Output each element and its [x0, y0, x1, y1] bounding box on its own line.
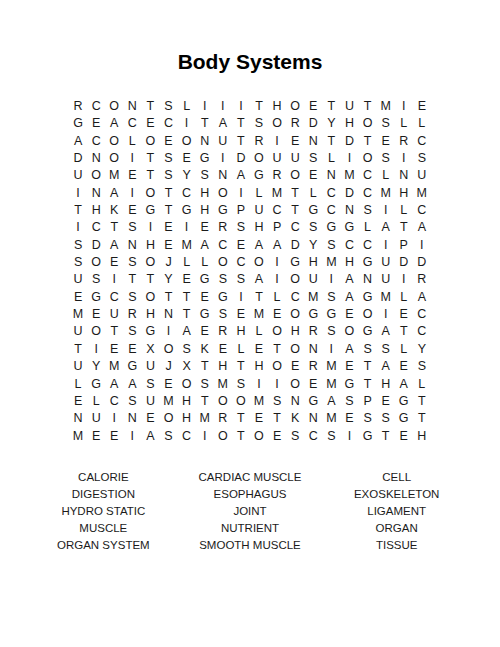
grid-cell: A — [214, 115, 232, 132]
grid-cell: S — [232, 376, 250, 393]
grid-cell: T — [105, 219, 123, 236]
grid-cell: A — [413, 289, 431, 306]
grid-cell: S — [123, 323, 141, 340]
grid-cell: C — [359, 237, 377, 254]
grid-cell: M — [178, 237, 196, 254]
grid-cell: S — [286, 428, 304, 445]
grid-cell: H — [286, 323, 304, 340]
grid-cell: P — [359, 393, 377, 410]
grid-cell: K — [196, 341, 214, 358]
grid-cell: I — [105, 410, 123, 427]
grid-cell: S — [359, 202, 377, 219]
grid-cell: O — [178, 376, 196, 393]
grid-cell: G — [304, 306, 322, 323]
grid-cell: O — [268, 115, 286, 132]
grid-cell: O — [250, 150, 268, 167]
grid-cell: E — [304, 167, 322, 184]
grid-cell: U — [413, 167, 431, 184]
grid-cell: M — [69, 428, 87, 445]
word-list-column: CARDIAC MUSCLEESOPHAGUSJOINTNUTRIENTSMOO… — [177, 469, 324, 554]
grid-cell: C — [87, 133, 105, 150]
grid-cell: O — [87, 323, 105, 340]
grid-cell: T — [322, 133, 340, 150]
grid-cell: Y — [87, 358, 105, 375]
grid-cell: A — [105, 237, 123, 254]
grid-cell: A — [340, 271, 358, 288]
grid-cell: I — [196, 428, 214, 445]
grid-cell: E — [141, 115, 159, 132]
grid-cell: I — [123, 428, 141, 445]
grid-cell: N — [123, 237, 141, 254]
grid-cell: A — [196, 237, 214, 254]
grid-cell: A — [232, 167, 250, 184]
grid-cell: C — [286, 219, 304, 236]
grid-cell: L — [395, 115, 413, 132]
word-list-item: JOINT — [177, 503, 324, 520]
grid-cell: R — [250, 133, 268, 150]
grid-cell: G — [359, 289, 377, 306]
grid-cell: A — [69, 133, 87, 150]
grid-cell: I — [377, 306, 395, 323]
grid-cell: R — [214, 219, 232, 236]
grid-cell: M — [377, 289, 395, 306]
grid-cell: A — [377, 358, 395, 375]
grid-cell: G — [304, 393, 322, 410]
grid-cell: O — [286, 271, 304, 288]
grid-cell: E — [340, 306, 358, 323]
grid-cell: E — [178, 150, 196, 167]
grid-cell: E — [377, 393, 395, 410]
grid-cell: U — [377, 254, 395, 271]
grid-cell: E — [286, 133, 304, 150]
grid-cell: S — [377, 341, 395, 358]
grid-cell: L — [395, 202, 413, 219]
grid-cell: N — [87, 150, 105, 167]
grid-cell: I — [69, 185, 87, 202]
word-list-item: ORGAN — [323, 520, 470, 537]
grid-cell: S — [413, 358, 431, 375]
grid-cell: G — [395, 410, 413, 427]
grid-cell: E — [304, 98, 322, 115]
grid-cell: S — [159, 167, 177, 184]
grid-cell: L — [250, 323, 268, 340]
grid-cell: O — [141, 289, 159, 306]
grid-cell: C — [268, 202, 286, 219]
grid-cell: M — [105, 358, 123, 375]
grid-cell: E — [196, 219, 214, 236]
grid-cell: N — [123, 98, 141, 115]
grid-cell: M — [377, 185, 395, 202]
grid-cell: A — [250, 237, 268, 254]
word-list-item: CARDIAC MUSCLE — [177, 469, 324, 486]
grid-cell: G — [123, 358, 141, 375]
grid-cell: U — [141, 393, 159, 410]
word-list-item: NUTRIENT — [177, 520, 324, 537]
grid-cell: R — [268, 167, 286, 184]
grid-cell: M — [250, 393, 268, 410]
grid-cell: S — [250, 115, 268, 132]
grid-cell: I — [268, 254, 286, 271]
grid-cell: E — [87, 115, 105, 132]
grid-cell: E — [250, 341, 268, 358]
grid-cell: U — [87, 410, 105, 427]
puzzle-page: Body Systems RCONTSLIIITHOETUTMIEGEACECI… — [0, 0, 500, 647]
grid-cell: G — [141, 202, 159, 219]
grid-cell: D — [395, 254, 413, 271]
grid-cell: I — [377, 202, 395, 219]
grid-cell: T — [250, 289, 268, 306]
grid-cell: D — [413, 254, 431, 271]
grid-cell: T — [159, 185, 177, 202]
grid-cell: E — [304, 376, 322, 393]
grid-cell: T — [141, 150, 159, 167]
grid-cell: K — [105, 202, 123, 219]
grid-cell: C — [232, 254, 250, 271]
grid-cell: M — [322, 410, 340, 427]
grid-cell: G — [340, 219, 358, 236]
grid-cell: T — [232, 358, 250, 375]
grid-cell: N — [196, 133, 214, 150]
grid-cell: S — [268, 393, 286, 410]
grid-cell: O — [141, 185, 159, 202]
grid-cell: D — [69, 150, 87, 167]
grid-cell: S — [69, 254, 87, 271]
grid-cell: H — [87, 202, 105, 219]
grid-cell: O — [232, 393, 250, 410]
grid-cell: L — [413, 376, 431, 393]
grid-cell: O — [141, 254, 159, 271]
grid-cell: A — [123, 376, 141, 393]
grid-cell: T — [196, 358, 214, 375]
grid-cell: C — [87, 98, 105, 115]
grid-cell: O — [286, 341, 304, 358]
grid-cell: T — [359, 98, 377, 115]
grid-cell: R — [286, 115, 304, 132]
grid-cell: E — [141, 410, 159, 427]
grid-cell: E — [123, 167, 141, 184]
grid-cell: R — [395, 133, 413, 150]
grid-cell: T — [141, 98, 159, 115]
grid-cell: M — [69, 306, 87, 323]
grid-cell: I — [268, 133, 286, 150]
grid-cell: S — [178, 341, 196, 358]
grid-cell: T — [359, 133, 377, 150]
grid-cell: G — [87, 376, 105, 393]
grid-cell: I — [232, 185, 250, 202]
grid-cell: C — [322, 185, 340, 202]
word-list: CALORIEDIGESTIONHYDRO STATICMUSCLEORGAN … — [30, 469, 470, 554]
grid-cell: I — [268, 271, 286, 288]
grid-cell: Y — [304, 237, 322, 254]
grid-cell: R — [214, 410, 232, 427]
grid-cell: N — [304, 410, 322, 427]
grid-cell: H — [214, 358, 232, 375]
grid-cell: A — [268, 237, 286, 254]
grid-cell: L — [413, 115, 431, 132]
grid-cell: M — [159, 393, 177, 410]
grid-cell: E — [395, 306, 413, 323]
grid-cell: O — [141, 133, 159, 150]
grid-cell: O — [340, 323, 358, 340]
grid-cell: G — [178, 202, 196, 219]
grid-cell: G — [395, 393, 413, 410]
word-list-item: ORGAN SYSTEM — [30, 537, 177, 554]
grid-cell: O — [87, 167, 105, 184]
grid-cell: X — [178, 358, 196, 375]
grid-cell: E — [268, 428, 286, 445]
word-list-item: CALORIE — [30, 469, 177, 486]
grid-cell: G — [69, 115, 87, 132]
grid-cell: L — [377, 167, 395, 184]
grid-cell: E — [250, 410, 268, 427]
grid-cell: R — [123, 306, 141, 323]
grid-cell: E — [413, 98, 431, 115]
grid-cell: A — [105, 115, 123, 132]
grid-cell: G — [340, 376, 358, 393]
grid-cell: I — [123, 150, 141, 167]
grid-cell: T — [69, 202, 87, 219]
grid-cell: U — [105, 306, 123, 323]
word-list-item: DIGESTION — [30, 486, 177, 503]
grid-cell: L — [178, 98, 196, 115]
grid-cell: L — [395, 289, 413, 306]
word-list-item: LIGAMENT — [323, 503, 470, 520]
grid-cell: S — [322, 289, 340, 306]
grid-cell: O — [250, 254, 268, 271]
grid-cell: E — [377, 133, 395, 150]
grid-cell: S — [377, 115, 395, 132]
grid-cell: A — [377, 323, 395, 340]
grid-cell: T — [178, 289, 196, 306]
grid-cell: C — [340, 237, 358, 254]
grid-cell: E — [69, 393, 87, 410]
word-list-item: MUSCLE — [30, 520, 177, 537]
grid-cell: E — [196, 323, 214, 340]
grid-cell: O — [286, 376, 304, 393]
grid-cell: U — [377, 271, 395, 288]
grid-cell: C — [359, 167, 377, 184]
grid-cell: S — [196, 376, 214, 393]
grid-cell: O — [359, 306, 377, 323]
grid-cell: N — [322, 167, 340, 184]
grid-cell: S — [214, 306, 232, 323]
grid-cell: G — [250, 167, 268, 184]
grid-cell: T — [232, 428, 250, 445]
grid-cell: T — [159, 202, 177, 219]
grid-cell: T — [69, 341, 87, 358]
grid-cell: N — [69, 410, 87, 427]
grid-cell: E — [159, 237, 177, 254]
grid-cell: C — [159, 115, 177, 132]
grid-cell: P — [395, 237, 413, 254]
grid-cell: Y — [322, 115, 340, 132]
grid-cell: H — [178, 410, 196, 427]
grid-cell: T — [395, 219, 413, 236]
grid-cell: S — [69, 237, 87, 254]
grid-cell: O — [159, 410, 177, 427]
grid-cell: E — [196, 289, 214, 306]
word-list-item: EXOSKELETON — [323, 486, 470, 503]
grid-cell: O — [159, 341, 177, 358]
grid-cell: I — [214, 150, 232, 167]
grid-cell: H — [377, 376, 395, 393]
grid-cell: S — [141, 376, 159, 393]
grid-cell: E — [69, 289, 87, 306]
grid-cell: T — [141, 167, 159, 184]
grid-cell: S — [232, 219, 250, 236]
grid-cell: U — [69, 323, 87, 340]
grid-cell: N — [286, 393, 304, 410]
grid-cell: T — [250, 98, 268, 115]
grid-cell: H — [340, 254, 358, 271]
grid-cell: E — [286, 358, 304, 375]
grid-cell: M — [105, 167, 123, 184]
grid-cell: I — [413, 237, 431, 254]
grid-cell: T — [141, 271, 159, 288]
grid-cell: N — [304, 341, 322, 358]
grid-cell: H — [304, 254, 322, 271]
grid-cell: U — [214, 133, 232, 150]
grid-cell: U — [141, 358, 159, 375]
grid-cell: D — [304, 115, 322, 132]
grid-cell: T — [286, 185, 304, 202]
grid-cell: M — [322, 376, 340, 393]
grid-cell: T — [268, 410, 286, 427]
grid-cell: N — [340, 202, 358, 219]
grid-cell: X — [141, 341, 159, 358]
grid-cell: T — [322, 98, 340, 115]
grid-cell: C — [105, 393, 123, 410]
grid-cell: T — [286, 202, 304, 219]
grid-cell: H — [413, 428, 431, 445]
grid-cell: I — [268, 376, 286, 393]
grid-cell: D — [232, 150, 250, 167]
grid-cell: H — [141, 306, 159, 323]
grid-cell: C — [123, 115, 141, 132]
grid-cell: L — [123, 133, 141, 150]
grid-cell: T — [377, 428, 395, 445]
grid-cell: C — [178, 185, 196, 202]
grid-cell: L — [232, 341, 250, 358]
grid-cell: M — [322, 254, 340, 271]
grid-cell: T — [105, 323, 123, 340]
grid-cell: U — [69, 271, 87, 288]
grid-cell: E — [159, 376, 177, 393]
grid-cell: C — [178, 428, 196, 445]
grid-cell: O — [214, 185, 232, 202]
grid-cell: S — [123, 254, 141, 271]
grid-cell: C — [105, 289, 123, 306]
grid-cell: T — [196, 115, 214, 132]
grid-cell: R — [413, 271, 431, 288]
grid-cell: G — [196, 150, 214, 167]
grid-cell: O — [178, 133, 196, 150]
grid-cell: E — [232, 306, 250, 323]
grid-cell: E — [268, 306, 286, 323]
grid-cell: H — [196, 185, 214, 202]
grid-cell: E — [395, 428, 413, 445]
grid-cell: G — [214, 289, 232, 306]
grid-cell: O — [87, 254, 105, 271]
grid-cell: T — [413, 410, 431, 427]
grid-cell: G — [141, 323, 159, 340]
grid-cell: T — [196, 393, 214, 410]
grid-cell: I — [395, 271, 413, 288]
grid-cell: S — [214, 271, 232, 288]
grid-cell: S — [377, 150, 395, 167]
grid-cell: G — [196, 271, 214, 288]
grid-cell: G — [214, 202, 232, 219]
grid-cell: A — [105, 376, 123, 393]
grid-cell: I — [322, 341, 340, 358]
grid-cell: M — [413, 185, 431, 202]
grid-cell: U — [69, 167, 87, 184]
grid-cell: L — [359, 219, 377, 236]
grid-cell: E — [214, 341, 232, 358]
grid-cell: A — [340, 289, 358, 306]
word-list-column: CELLEXOSKELETONLIGAMENTORGANTISSUE — [323, 469, 470, 554]
grid-cell: A — [340, 341, 358, 358]
grid-cell: M — [250, 306, 268, 323]
grid-cell: H — [268, 98, 286, 115]
grid-cell: A — [322, 393, 340, 410]
grid-cell: I — [123, 185, 141, 202]
grid-cell: T — [359, 376, 377, 393]
grid-cell: T — [268, 341, 286, 358]
grid-cell: E — [340, 358, 358, 375]
grid-cell: E — [395, 358, 413, 375]
grid-cell: M — [322, 358, 340, 375]
grid-cell: I — [178, 219, 196, 236]
grid-cell: Y — [413, 341, 431, 358]
grid-cell: C — [413, 202, 431, 219]
grid-cell: E — [105, 254, 123, 271]
grid-cell: D — [340, 133, 358, 150]
grid-cell: C — [413, 306, 431, 323]
grid-cell: D — [340, 185, 358, 202]
grid-cell: L — [69, 376, 87, 393]
grid-cell: I — [395, 150, 413, 167]
word-search-grid: RCONTSLIIITHOETUTMIEGEACECITATSORDYHOSLL… — [69, 98, 431, 445]
grid-cell: N — [359, 271, 377, 288]
grid-cell: I — [178, 115, 196, 132]
grid-cell: I — [87, 341, 105, 358]
grid-cell: I — [196, 98, 214, 115]
grid-cell: O — [214, 393, 232, 410]
grid-cell: M — [377, 98, 395, 115]
grid-cell: S — [322, 237, 340, 254]
grid-cell: A — [377, 219, 395, 236]
grid-cell: N — [395, 167, 413, 184]
grid-cell: E — [123, 341, 141, 358]
word-list-item: ESOPHAGUS — [177, 486, 324, 503]
grid-cell: S — [159, 150, 177, 167]
grid-cell: T — [359, 358, 377, 375]
grid-cell: A — [413, 219, 431, 236]
grid-cell: I — [69, 219, 87, 236]
grid-cell: S — [322, 323, 340, 340]
word-list-item: TISSUE — [323, 537, 470, 554]
grid-cell: G — [87, 289, 105, 306]
grid-cell: A — [250, 271, 268, 288]
grid-cell: R — [69, 98, 87, 115]
grid-cell: H — [340, 115, 358, 132]
grid-cell: U — [268, 150, 286, 167]
word-list-column: CALORIEDIGESTIONHYDRO STATICMUSCLEORGAN … — [30, 469, 177, 554]
grid-cell: L — [178, 254, 196, 271]
grid-cell: N — [304, 133, 322, 150]
grid-cell: S — [304, 150, 322, 167]
